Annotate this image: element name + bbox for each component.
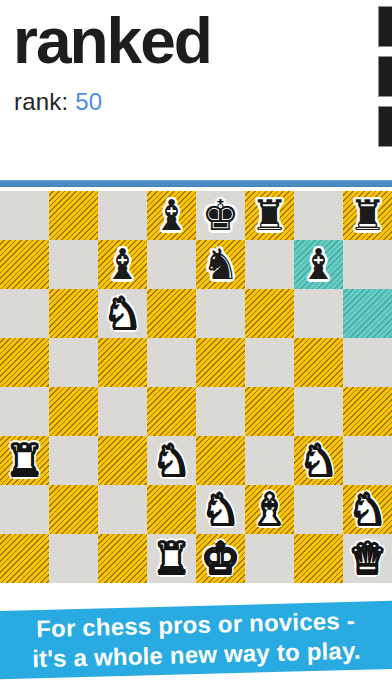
- square-b7[interactable]: [49, 240, 98, 289]
- square-e1[interactable]: ♚: [196, 534, 245, 583]
- square-g3[interactable]: ♞: [294, 436, 343, 485]
- white-knight[interactable]: ♞: [104, 289, 142, 338]
- square-a7[interactable]: [0, 240, 49, 289]
- page-title: ranked: [13, 8, 211, 74]
- header-divider: [0, 180, 392, 187]
- square-f1[interactable]: [245, 534, 294, 583]
- rank-line: rank: 50: [14, 88, 102, 116]
- square-c4[interactable]: [98, 387, 147, 436]
- square-c7[interactable]: ♝: [98, 240, 147, 289]
- square-g7[interactable]: ♝: [294, 240, 343, 289]
- square-f3[interactable]: [245, 436, 294, 485]
- square-g8[interactable]: [294, 191, 343, 240]
- square-d6[interactable]: [147, 289, 196, 338]
- square-e4[interactable]: [196, 387, 245, 436]
- square-c8[interactable]: [98, 191, 147, 240]
- black-rook[interactable]: ♜: [349, 191, 387, 240]
- black-rook[interactable]: ♜: [251, 191, 289, 240]
- hamburger-menu-icon[interactable]: [378, 6, 392, 156]
- white-queen[interactable]: ♛: [349, 534, 387, 583]
- square-d5[interactable]: [147, 338, 196, 387]
- white-knight[interactable]: ♞: [300, 436, 338, 485]
- square-h3[interactable]: [343, 436, 392, 485]
- square-b6[interactable]: [49, 289, 98, 338]
- square-a1[interactable]: [0, 534, 49, 583]
- square-a4[interactable]: [0, 387, 49, 436]
- square-c5[interactable]: [98, 338, 147, 387]
- black-bishop[interactable]: ♝: [153, 191, 191, 240]
- square-g2[interactable]: [294, 485, 343, 534]
- black-bishop[interactable]: ♝: [104, 240, 142, 289]
- white-knight[interactable]: ♞: [349, 485, 387, 534]
- square-a6[interactable]: [0, 289, 49, 338]
- square-d4[interactable]: [147, 387, 196, 436]
- hamburger-bar: [378, 106, 392, 147]
- black-knight[interactable]: ♞: [202, 240, 240, 289]
- square-e3[interactable]: [196, 436, 245, 485]
- square-f6[interactable]: [245, 289, 294, 338]
- square-e7[interactable]: ♞: [196, 240, 245, 289]
- square-g5[interactable]: [294, 338, 343, 387]
- hamburger-bar: [378, 56, 392, 97]
- square-d3[interactable]: ♞: [147, 436, 196, 485]
- square-c3[interactable]: [98, 436, 147, 485]
- white-knight[interactable]: ♞: [153, 436, 191, 485]
- square-b8[interactable]: [49, 191, 98, 240]
- white-rook[interactable]: ♜: [153, 534, 191, 583]
- white-rook[interactable]: ♜: [6, 436, 44, 485]
- square-d1[interactable]: ♜: [147, 534, 196, 583]
- square-f2[interactable]: ♝: [245, 485, 294, 534]
- white-knight[interactable]: ♞: [202, 485, 240, 534]
- square-c2[interactable]: [98, 485, 147, 534]
- square-a2[interactable]: [0, 485, 49, 534]
- hamburger-bar: [378, 6, 392, 47]
- square-h5[interactable]: [343, 338, 392, 387]
- rank-label: rank:: [14, 88, 68, 115]
- square-d7[interactable]: [147, 240, 196, 289]
- rank-value: 50: [75, 88, 102, 115]
- white-king[interactable]: ♚: [202, 534, 240, 583]
- square-f8[interactable]: ♜: [245, 191, 294, 240]
- square-d8[interactable]: ♝: [147, 191, 196, 240]
- square-c6[interactable]: ♞: [98, 289, 147, 338]
- square-a8[interactable]: [0, 191, 49, 240]
- square-b4[interactable]: [49, 387, 98, 436]
- square-h8[interactable]: ♜: [343, 191, 392, 240]
- white-bishop[interactable]: ♝: [251, 485, 289, 534]
- square-a5[interactable]: [0, 338, 49, 387]
- square-h7[interactable]: [343, 240, 392, 289]
- square-g1[interactable]: [294, 534, 343, 583]
- square-h4[interactable]: [343, 387, 392, 436]
- square-f4[interactable]: [245, 387, 294, 436]
- square-e5[interactable]: [196, 338, 245, 387]
- square-g6[interactable]: [294, 289, 343, 338]
- promo-banner: For chess pros or novices - it's a whole…: [0, 601, 392, 680]
- square-c1[interactable]: [98, 534, 147, 583]
- square-b1[interactable]: [49, 534, 98, 583]
- square-f7[interactable]: [245, 240, 294, 289]
- square-d2[interactable]: [147, 485, 196, 534]
- square-g4[interactable]: [294, 387, 343, 436]
- chess-board: ♝♚♜♜♝♞♝♞♜♞♞♞♝♞♜♚♛: [0, 191, 392, 583]
- square-h2[interactable]: ♞: [343, 485, 392, 534]
- square-e6[interactable]: [196, 289, 245, 338]
- square-b5[interactable]: [49, 338, 98, 387]
- square-a3[interactable]: ♜: [0, 436, 49, 485]
- square-h1[interactable]: ♛: [343, 534, 392, 583]
- black-bishop[interactable]: ♝: [300, 240, 338, 289]
- square-e8[interactable]: ♚: [196, 191, 245, 240]
- square-b2[interactable]: [49, 485, 98, 534]
- square-f5[interactable]: [245, 338, 294, 387]
- square-e2[interactable]: ♞: [196, 485, 245, 534]
- square-b3[interactable]: [49, 436, 98, 485]
- black-king[interactable]: ♚: [202, 191, 240, 240]
- square-h6[interactable]: [343, 289, 392, 338]
